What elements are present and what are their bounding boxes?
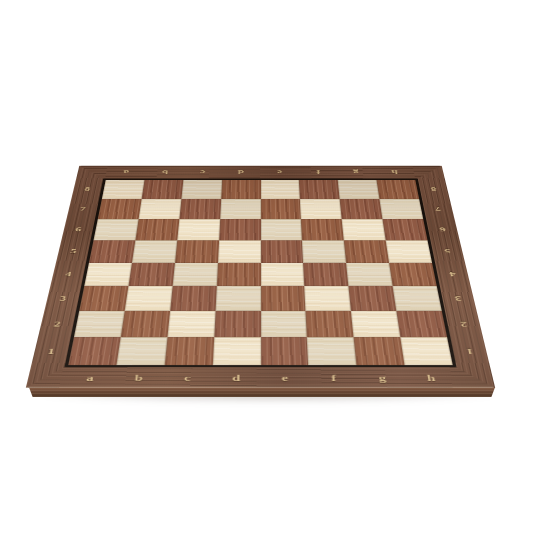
square-b3[interactable] — [125, 286, 173, 311]
file-label-top-d: d — [222, 169, 260, 175]
square-e6[interactable] — [261, 219, 303, 240]
square-a2[interactable] — [74, 311, 125, 337]
square-c4[interactable] — [172, 263, 217, 287]
square-a5[interactable] — [89, 240, 135, 262]
square-f3[interactable] — [305, 286, 352, 311]
square-d4[interactable] — [216, 263, 260, 287]
square-d1[interactable] — [212, 337, 260, 365]
file-labels-bottom: abcdefgh — [64, 367, 458, 388]
square-e7[interactable] — [261, 199, 302, 219]
square-d6[interactable] — [219, 219, 261, 240]
square-h5[interactable] — [386, 240, 432, 262]
square-g5[interactable] — [344, 240, 389, 262]
square-a4[interactable] — [84, 263, 132, 287]
rank-label-right-1: 1 — [450, 337, 489, 365]
square-a7[interactable] — [98, 199, 142, 219]
square-h7[interactable] — [379, 199, 423, 219]
chess-board: abcdefgh abcdefgh 87654321 87654321 — [26, 166, 495, 388]
square-h1[interactable] — [400, 337, 452, 365]
square-a8[interactable] — [102, 180, 145, 199]
square-g8[interactable] — [338, 180, 380, 199]
square-h8[interactable] — [377, 180, 420, 199]
file-label-bottom-b: b — [114, 373, 164, 382]
file-label-bottom-e: e — [261, 373, 310, 382]
square-h2[interactable] — [396, 311, 447, 337]
square-d7[interactable] — [220, 199, 261, 219]
square-g7[interactable] — [340, 199, 383, 219]
rank-label-left-4: 4 — [50, 263, 86, 287]
square-a3[interactable] — [79, 286, 128, 311]
square-c8[interactable] — [181, 180, 222, 199]
square-f5[interactable] — [302, 240, 346, 262]
rank-label-left-7: 7 — [66, 199, 99, 219]
rank-label-left-5: 5 — [56, 240, 91, 262]
playing-field-outline — [64, 178, 456, 367]
square-c2[interactable] — [167, 311, 215, 337]
square-h4[interactable] — [389, 263, 437, 287]
square-a6[interactable] — [94, 219, 139, 240]
square-c1[interactable] — [164, 337, 213, 365]
square-h6[interactable] — [383, 219, 428, 240]
rank-label-right-5: 5 — [430, 240, 465, 262]
square-d3[interactable] — [215, 286, 260, 311]
square-c7[interactable] — [179, 199, 221, 219]
square-g2[interactable] — [351, 311, 400, 337]
squares-grid — [68, 180, 453, 365]
square-e1[interactable] — [261, 337, 309, 365]
rank-label-right-7: 7 — [422, 199, 455, 219]
square-f7[interactable] — [300, 199, 342, 219]
square-a1[interactable] — [68, 337, 120, 365]
square-e5[interactable] — [261, 240, 304, 262]
square-b8[interactable] — [142, 180, 184, 199]
square-g1[interactable] — [354, 337, 405, 365]
square-f1[interactable] — [307, 337, 356, 365]
file-label-top-a: a — [107, 169, 146, 175]
rank-label-right-4: 4 — [435, 263, 471, 287]
square-d8[interactable] — [221, 180, 261, 199]
file-label-bottom-g: g — [357, 373, 407, 382]
file-label-top-c: c — [184, 169, 223, 175]
square-c6[interactable] — [177, 219, 220, 240]
rank-label-left-6: 6 — [61, 219, 95, 240]
square-g3[interactable] — [349, 286, 397, 311]
square-d5[interactable] — [218, 240, 261, 262]
square-h3[interactable] — [393, 286, 442, 311]
square-d2[interactable] — [214, 311, 261, 337]
file-label-bottom-c: c — [163, 373, 212, 382]
square-e3[interactable] — [261, 286, 306, 311]
square-f2[interactable] — [306, 311, 354, 337]
file-label-top-f: f — [299, 169, 338, 175]
square-g4[interactable] — [346, 263, 392, 287]
product-photo-canvas: abcdefgh abcdefgh 87654321 87654321 — [0, 0, 533, 533]
file-label-top-b: b — [145, 169, 184, 175]
file-label-bottom-d: d — [212, 373, 261, 382]
file-label-bottom-h: h — [406, 373, 456, 382]
square-f6[interactable] — [301, 219, 344, 240]
file-label-bottom-a: a — [65, 373, 115, 382]
square-b6[interactable] — [135, 219, 179, 240]
rank-label-left-8: 8 — [71, 180, 103, 199]
rank-label-right-3: 3 — [440, 286, 477, 311]
file-label-top-h: h — [375, 169, 414, 175]
file-label-top-e: e — [261, 169, 299, 175]
square-e4[interactable] — [261, 263, 305, 287]
rank-label-right-2: 2 — [445, 311, 483, 337]
square-b1[interactable] — [116, 337, 167, 365]
square-f8[interactable] — [299, 180, 340, 199]
square-b4[interactable] — [128, 263, 174, 287]
square-f4[interactable] — [303, 263, 348, 287]
rank-label-right-8: 8 — [418, 180, 450, 199]
rank-label-right-6: 6 — [426, 219, 460, 240]
board-edge-thickness — [27, 387, 497, 397]
file-label-bottom-f: f — [309, 373, 358, 382]
square-e8[interactable] — [261, 180, 301, 199]
square-c3[interactable] — [170, 286, 217, 311]
file-label-top-g: g — [337, 169, 376, 175]
square-b2[interactable] — [121, 311, 170, 337]
square-e2[interactable] — [261, 311, 308, 337]
square-b5[interactable] — [132, 240, 177, 262]
square-c5[interactable] — [175, 240, 219, 262]
square-b7[interactable] — [138, 199, 181, 219]
file-labels-top: abcdefgh — [106, 166, 415, 179]
square-g6[interactable] — [342, 219, 386, 240]
